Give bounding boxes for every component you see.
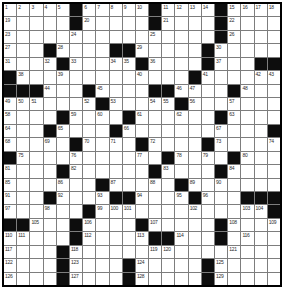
white-cell[interactable]: 31 <box>4 58 16 70</box>
white-cell[interactable] <box>255 179 267 191</box>
white-cell[interactable]: 128 <box>136 273 148 285</box>
white-cell[interactable] <box>96 58 108 70</box>
white-cell[interactable]: 17 <box>255 4 267 16</box>
white-cell[interactable] <box>149 44 161 56</box>
white-cell[interactable]: 109 <box>268 219 280 231</box>
white-cell[interactable] <box>123 85 135 97</box>
white-cell[interactable] <box>189 246 201 258</box>
white-cell[interactable] <box>123 31 135 43</box>
white-cell[interactable] <box>228 232 240 244</box>
white-cell[interactable] <box>175 205 187 217</box>
white-cell[interactable] <box>268 98 280 110</box>
white-cell[interactable] <box>175 71 187 83</box>
white-cell[interactable] <box>189 125 201 137</box>
white-cell[interactable]: 15 <box>228 4 240 16</box>
white-cell[interactable] <box>202 111 214 123</box>
white-cell[interactable] <box>202 179 214 191</box>
white-cell[interactable]: 79 <box>202 152 214 164</box>
white-cell[interactable] <box>228 71 240 83</box>
white-cell[interactable]: 18 <box>268 4 280 16</box>
white-cell[interactable] <box>162 31 174 43</box>
white-cell[interactable] <box>30 31 42 43</box>
white-cell[interactable] <box>255 125 267 137</box>
white-cell[interactable] <box>241 31 253 43</box>
white-cell[interactable] <box>202 232 214 244</box>
white-cell[interactable] <box>162 111 174 123</box>
white-cell[interactable] <box>17 58 29 70</box>
white-cell[interactable] <box>189 273 201 285</box>
white-cell[interactable] <box>189 219 201 231</box>
white-cell[interactable] <box>255 259 267 271</box>
white-cell[interactable]: 125 <box>215 259 227 271</box>
white-cell[interactable]: 4 <box>44 4 56 16</box>
white-cell[interactable] <box>17 192 29 204</box>
white-cell[interactable] <box>83 179 95 191</box>
white-cell[interactable] <box>215 205 227 217</box>
white-cell[interactable]: 71 <box>110 138 122 150</box>
white-cell[interactable] <box>241 111 253 123</box>
white-cell[interactable]: 116 <box>241 232 253 244</box>
white-cell[interactable] <box>189 17 201 29</box>
white-cell[interactable] <box>83 259 95 271</box>
white-cell[interactable] <box>175 219 187 231</box>
white-cell[interactable]: 3 <box>30 4 42 16</box>
white-cell[interactable]: 114 <box>175 232 187 244</box>
white-cell[interactable] <box>241 273 253 285</box>
white-cell[interactable]: 7 <box>96 4 108 16</box>
white-cell[interactable] <box>228 205 240 217</box>
white-cell[interactable]: 88 <box>149 179 161 191</box>
white-cell[interactable] <box>149 125 161 137</box>
white-cell[interactable] <box>162 219 174 231</box>
white-cell[interactable] <box>83 125 95 137</box>
white-cell[interactable]: 96 <box>202 192 214 204</box>
white-cell[interactable] <box>30 44 42 56</box>
white-cell[interactable]: 98 <box>44 205 56 217</box>
white-cell[interactable]: 34 <box>110 58 122 70</box>
white-cell[interactable] <box>268 17 280 29</box>
white-cell[interactable] <box>162 71 174 83</box>
white-cell[interactable] <box>70 125 82 137</box>
white-cell[interactable]: 22 <box>228 17 240 29</box>
white-cell[interactable] <box>162 44 174 56</box>
white-cell[interactable]: 20 <box>83 17 95 29</box>
white-cell[interactable] <box>189 259 201 271</box>
white-cell[interactable]: 113 <box>136 232 148 244</box>
white-cell[interactable] <box>228 44 240 56</box>
white-cell[interactable] <box>189 44 201 56</box>
white-cell[interactable] <box>162 205 174 217</box>
white-cell[interactable] <box>83 111 95 123</box>
white-cell[interactable] <box>215 246 227 258</box>
white-cell[interactable]: 118 <box>70 246 82 258</box>
white-cell[interactable]: 57 <box>228 98 240 110</box>
white-cell[interactable]: 74 <box>268 138 280 150</box>
white-cell[interactable]: 25 <box>149 31 161 43</box>
white-cell[interactable]: 112 <box>83 232 95 244</box>
white-cell[interactable] <box>96 71 108 83</box>
white-cell[interactable]: 32 <box>44 58 56 70</box>
white-cell[interactable]: 119 <box>149 246 161 258</box>
white-cell[interactable] <box>202 165 214 177</box>
white-cell[interactable] <box>268 259 280 271</box>
white-cell[interactable] <box>241 165 253 177</box>
white-cell[interactable] <box>255 246 267 258</box>
white-cell[interactable]: 28 <box>57 44 69 56</box>
white-cell[interactable] <box>30 179 42 191</box>
white-cell[interactable] <box>70 205 82 217</box>
white-cell[interactable]: 61 <box>136 111 148 123</box>
white-cell[interactable] <box>44 219 56 231</box>
white-cell[interactable] <box>110 31 122 43</box>
white-cell[interactable] <box>123 219 135 231</box>
white-cell[interactable] <box>189 31 201 43</box>
white-cell[interactable] <box>149 152 161 164</box>
white-cell[interactable] <box>83 192 95 204</box>
white-cell[interactable]: 100 <box>110 205 122 217</box>
white-cell[interactable]: 47 <box>189 85 201 97</box>
white-cell[interactable]: 44 <box>44 85 56 97</box>
white-cell[interactable] <box>96 138 108 150</box>
white-cell[interactable] <box>268 31 280 43</box>
white-cell[interactable] <box>136 98 148 110</box>
white-cell[interactable]: 48 <box>241 85 253 97</box>
white-cell[interactable]: 70 <box>83 138 95 150</box>
white-cell[interactable] <box>57 98 69 110</box>
white-cell[interactable] <box>123 152 135 164</box>
white-cell[interactable] <box>123 138 135 150</box>
white-cell[interactable]: 56 <box>189 98 201 110</box>
white-cell[interactable] <box>202 31 214 43</box>
white-cell[interactable]: 120 <box>162 246 174 258</box>
white-cell[interactable] <box>202 125 214 137</box>
white-cell[interactable] <box>110 71 122 83</box>
white-cell[interactable]: 77 <box>136 152 148 164</box>
white-cell[interactable] <box>110 246 122 258</box>
white-cell[interactable] <box>17 273 29 285</box>
white-cell[interactable] <box>228 125 240 137</box>
white-cell[interactable] <box>30 71 42 83</box>
white-cell[interactable] <box>162 125 174 137</box>
white-cell[interactable]: 127 <box>70 273 82 285</box>
white-cell[interactable] <box>149 273 161 285</box>
white-cell[interactable]: 29 <box>136 44 148 56</box>
white-cell[interactable]: 10 <box>136 4 148 16</box>
white-cell[interactable] <box>96 152 108 164</box>
white-cell[interactable] <box>57 219 69 231</box>
white-cell[interactable]: 39 <box>57 71 69 83</box>
white-cell[interactable]: 13 <box>189 4 201 16</box>
white-cell[interactable] <box>57 31 69 43</box>
white-cell[interactable] <box>110 152 122 164</box>
white-cell[interactable] <box>241 219 253 231</box>
white-cell[interactable]: 80 <box>241 152 253 164</box>
white-cell[interactable] <box>255 273 267 285</box>
white-cell[interactable]: 69 <box>44 138 56 150</box>
white-cell[interactable]: 124 <box>136 259 148 271</box>
white-cell[interactable]: 101 <box>123 205 135 217</box>
white-cell[interactable]: 37 <box>215 58 227 70</box>
white-cell[interactable] <box>162 192 174 204</box>
white-cell[interactable]: 33 <box>70 58 82 70</box>
white-cell[interactable]: 90 <box>215 179 227 191</box>
white-cell[interactable] <box>175 17 187 29</box>
white-cell[interactable] <box>175 273 187 285</box>
white-cell[interactable] <box>162 138 174 150</box>
white-cell[interactable]: 93 <box>96 192 108 204</box>
white-cell[interactable]: 30 <box>215 44 227 56</box>
white-cell[interactable] <box>241 98 253 110</box>
white-cell[interactable]: 117 <box>4 246 16 258</box>
white-cell[interactable] <box>255 111 267 123</box>
white-cell[interactable] <box>162 273 174 285</box>
white-cell[interactable] <box>17 111 29 123</box>
white-cell[interactable] <box>189 111 201 123</box>
white-cell[interactable] <box>44 111 56 123</box>
white-cell[interactable]: 5 <box>57 4 69 16</box>
white-cell[interactable]: 62 <box>175 111 187 123</box>
white-cell[interactable] <box>70 71 82 83</box>
white-cell[interactable] <box>30 17 42 29</box>
white-cell[interactable]: 27 <box>4 44 16 56</box>
white-cell[interactable]: 83 <box>162 165 174 177</box>
white-cell[interactable] <box>44 273 56 285</box>
white-cell[interactable]: 108 <box>228 219 240 231</box>
white-cell[interactable]: 104 <box>255 205 267 217</box>
white-cell[interactable] <box>17 246 29 258</box>
white-cell[interactable] <box>268 179 280 191</box>
white-cell[interactable]: 111 <box>17 232 29 244</box>
white-cell[interactable] <box>136 246 148 258</box>
white-cell[interactable] <box>30 138 42 150</box>
white-cell[interactable]: 106 <box>83 219 95 231</box>
white-cell[interactable] <box>136 165 148 177</box>
white-cell[interactable] <box>44 152 56 164</box>
white-cell[interactable] <box>17 17 29 29</box>
white-cell[interactable]: 89 <box>189 179 201 191</box>
white-cell[interactable] <box>110 273 122 285</box>
white-cell[interactable] <box>228 58 240 70</box>
white-cell[interactable]: 42 <box>255 71 267 83</box>
white-cell[interactable]: 94 <box>136 192 148 204</box>
white-cell[interactable] <box>136 85 148 97</box>
white-cell[interactable] <box>83 273 95 285</box>
white-cell[interactable]: 50 <box>17 98 29 110</box>
white-cell[interactable] <box>44 259 56 271</box>
white-cell[interactable] <box>228 138 240 150</box>
white-cell[interactable] <box>241 138 253 150</box>
white-cell[interactable] <box>44 98 56 110</box>
white-cell[interactable] <box>136 179 148 191</box>
white-cell[interactable] <box>17 44 29 56</box>
white-cell[interactable] <box>241 58 253 70</box>
white-cell[interactable] <box>255 98 267 110</box>
white-cell[interactable] <box>175 31 187 43</box>
white-cell[interactable] <box>241 125 253 137</box>
white-cell[interactable] <box>110 232 122 244</box>
white-cell[interactable] <box>268 44 280 56</box>
white-cell[interactable]: 76 <box>70 152 82 164</box>
white-cell[interactable] <box>175 44 187 56</box>
white-cell[interactable] <box>83 246 95 258</box>
white-cell[interactable] <box>17 31 29 43</box>
white-cell[interactable] <box>202 219 214 231</box>
white-cell[interactable] <box>241 71 253 83</box>
white-cell[interactable] <box>83 152 95 164</box>
white-cell[interactable]: 21 <box>162 17 174 29</box>
white-cell[interactable]: 12 <box>175 4 187 16</box>
white-cell[interactable] <box>149 192 161 204</box>
white-cell[interactable] <box>175 246 187 258</box>
white-cell[interactable] <box>30 205 42 217</box>
white-cell[interactable] <box>215 71 227 83</box>
white-cell[interactable] <box>110 165 122 177</box>
white-cell[interactable] <box>44 31 56 43</box>
white-cell[interactable] <box>149 111 161 123</box>
white-cell[interactable] <box>149 205 161 217</box>
white-cell[interactable] <box>268 152 280 164</box>
white-cell[interactable] <box>57 232 69 244</box>
white-cell[interactable]: 91 <box>4 192 16 204</box>
white-cell[interactable] <box>123 17 135 29</box>
white-cell[interactable] <box>70 85 82 97</box>
white-cell[interactable] <box>189 58 201 70</box>
white-cell[interactable]: 1 <box>4 4 16 16</box>
white-cell[interactable] <box>110 111 122 123</box>
white-cell[interactable]: 8 <box>110 4 122 16</box>
white-cell[interactable]: 6 <box>83 4 95 16</box>
white-cell[interactable] <box>241 246 253 258</box>
white-cell[interactable] <box>96 273 108 285</box>
white-cell[interactable]: 68 <box>4 138 16 150</box>
white-cell[interactable] <box>44 165 56 177</box>
white-cell[interactable] <box>136 125 148 137</box>
white-cell[interactable] <box>110 17 122 29</box>
white-cell[interactable] <box>215 152 227 164</box>
white-cell[interactable]: 2 <box>17 4 29 16</box>
white-cell[interactable]: 38 <box>17 71 29 83</box>
white-cell[interactable] <box>70 179 82 191</box>
white-cell[interactable]: 123 <box>70 259 82 271</box>
white-cell[interactable] <box>268 246 280 258</box>
white-cell[interactable]: 40 <box>136 71 148 83</box>
white-cell[interactable] <box>136 17 148 29</box>
white-cell[interactable] <box>30 165 42 177</box>
white-cell[interactable] <box>30 111 42 123</box>
white-cell[interactable] <box>241 259 253 271</box>
white-cell[interactable]: 86 <box>57 179 69 191</box>
white-cell[interactable] <box>110 259 122 271</box>
white-cell[interactable] <box>44 17 56 29</box>
white-cell[interactable] <box>162 179 174 191</box>
white-cell[interactable] <box>30 192 42 204</box>
white-cell[interactable] <box>17 138 29 150</box>
white-cell[interactable] <box>70 44 82 56</box>
white-cell[interactable]: 66 <box>123 125 135 137</box>
white-cell[interactable] <box>241 17 253 29</box>
white-cell[interactable] <box>30 259 42 271</box>
white-cell[interactable] <box>268 232 280 244</box>
white-cell[interactable]: 67 <box>215 125 227 137</box>
white-cell[interactable] <box>83 44 95 56</box>
white-cell[interactable] <box>110 219 122 231</box>
white-cell[interactable]: 122 <box>4 259 16 271</box>
white-cell[interactable] <box>268 111 280 123</box>
white-cell[interactable]: 16 <box>241 4 253 16</box>
white-cell[interactable]: 46 <box>175 85 187 97</box>
white-cell[interactable] <box>96 219 108 231</box>
white-cell[interactable] <box>96 232 108 244</box>
white-cell[interactable] <box>44 179 56 191</box>
white-cell[interactable] <box>175 165 187 177</box>
white-cell[interactable] <box>96 165 108 177</box>
white-cell[interactable]: 23 <box>4 31 16 43</box>
white-cell[interactable]: 51 <box>30 98 42 110</box>
white-cell[interactable] <box>255 138 267 150</box>
white-cell[interactable] <box>255 17 267 29</box>
white-cell[interactable] <box>255 152 267 164</box>
white-cell[interactable] <box>123 98 135 110</box>
white-cell[interactable] <box>44 232 56 244</box>
white-cell[interactable] <box>189 152 201 164</box>
white-cell[interactable] <box>268 85 280 97</box>
white-cell[interactable] <box>70 192 82 204</box>
white-cell[interactable] <box>57 152 69 164</box>
white-cell[interactable] <box>136 31 148 43</box>
white-cell[interactable] <box>215 192 227 204</box>
white-cell[interactable]: 24 <box>70 31 82 43</box>
white-cell[interactable] <box>228 273 240 285</box>
white-cell[interactable]: 126 <box>4 273 16 285</box>
white-cell[interactable] <box>83 71 95 83</box>
white-cell[interactable]: 85 <box>4 179 16 191</box>
white-cell[interactable]: 73 <box>215 138 227 150</box>
white-cell[interactable] <box>57 205 69 217</box>
white-cell[interactable] <box>30 246 42 258</box>
white-cell[interactable] <box>175 58 187 70</box>
white-cell[interactable]: 53 <box>110 98 122 110</box>
white-cell[interactable] <box>30 58 42 70</box>
white-cell[interactable]: 59 <box>70 111 82 123</box>
white-cell[interactable] <box>57 138 69 150</box>
white-cell[interactable]: 75 <box>17 152 29 164</box>
white-cell[interactable] <box>70 98 82 110</box>
white-cell[interactable] <box>202 246 214 258</box>
white-cell[interactable]: 105 <box>30 219 42 231</box>
white-cell[interactable] <box>202 205 214 217</box>
white-cell[interactable] <box>96 125 108 137</box>
white-cell[interactable] <box>123 246 135 258</box>
white-cell[interactable]: 43 <box>268 71 280 83</box>
white-cell[interactable] <box>202 85 214 97</box>
white-cell[interactable]: 97 <box>4 205 16 217</box>
white-cell[interactable] <box>228 192 240 204</box>
white-cell[interactable] <box>17 165 29 177</box>
white-cell[interactable] <box>30 232 42 244</box>
white-cell[interactable]: 84 <box>228 165 240 177</box>
white-cell[interactable]: 107 <box>149 219 161 231</box>
white-cell[interactable] <box>241 179 253 191</box>
white-cell[interactable]: 11 <box>162 4 174 16</box>
white-cell[interactable] <box>83 58 95 70</box>
white-cell[interactable]: 26 <box>228 31 240 43</box>
white-cell[interactable] <box>162 58 174 70</box>
white-cell[interactable]: 72 <box>149 138 161 150</box>
white-cell[interactable] <box>268 165 280 177</box>
white-cell[interactable] <box>175 125 187 137</box>
white-cell[interactable] <box>202 98 214 110</box>
white-cell[interactable]: 35 <box>123 58 135 70</box>
